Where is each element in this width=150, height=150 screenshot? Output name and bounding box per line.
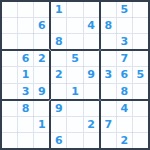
- cell-r8c5[interactable]: [67, 117, 82, 132]
- cell-r4c8[interactable]: 7: [117, 51, 132, 66]
- cell-r3c6[interactable]: [84, 34, 99, 49]
- cell-r5c7[interactable]: 3: [101, 67, 116, 82]
- box-6: 73658: [101, 51, 148, 98]
- cell-r1c2[interactable]: [18, 2, 33, 17]
- cell-r1c6[interactable]: [84, 2, 99, 17]
- cell-r8c3[interactable]: 1: [34, 117, 49, 132]
- cell-r4c2[interactable]: 6: [18, 51, 33, 66]
- cell-r9c5[interactable]: [67, 133, 82, 148]
- cell-r5c3[interactable]: [34, 67, 49, 82]
- cell-r3c8[interactable]: 3: [117, 34, 132, 49]
- cell-r9c9[interactable]: [133, 133, 148, 148]
- cell-r5c4[interactable]: 2: [51, 67, 66, 82]
- cell-r2c5[interactable]: [67, 18, 82, 33]
- cell-r7c3[interactable]: [34, 101, 49, 116]
- cell-r6c1[interactable]: [2, 84, 17, 99]
- cell-r2c3[interactable]: 6: [34, 18, 49, 33]
- cell-r2c2[interactable]: [18, 18, 33, 33]
- cell-r8c9[interactable]: [133, 117, 148, 132]
- cell-r9c4[interactable]: 6: [51, 133, 66, 148]
- cell-r7c7[interactable]: [101, 101, 116, 116]
- cell-r3c9[interactable]: [133, 34, 148, 49]
- cell-r6c6[interactable]: [84, 84, 99, 99]
- cell-r2c8[interactable]: [117, 18, 132, 33]
- box-7: 81: [2, 101, 49, 148]
- cell-r3c1[interactable]: [2, 34, 17, 49]
- cell-r9c6[interactable]: [84, 133, 99, 148]
- cell-r8c6[interactable]: 2: [84, 117, 99, 132]
- cell-r7c8[interactable]: 4: [117, 101, 132, 116]
- cell-r2c4[interactable]: [51, 18, 66, 33]
- cell-r2c1[interactable]: [2, 18, 17, 33]
- cell-r4c9[interactable]: [133, 51, 148, 66]
- cell-r9c7[interactable]: [101, 133, 116, 148]
- cell-r5c8[interactable]: 6: [117, 67, 132, 82]
- cell-r1c9[interactable]: [133, 2, 148, 17]
- cell-r4c4[interactable]: [51, 51, 66, 66]
- cell-r7c1[interactable]: [2, 101, 17, 116]
- cell-r6c5[interactable]: 1: [67, 84, 82, 99]
- cell-r8c1[interactable]: [2, 117, 17, 132]
- box-8: 926: [51, 101, 98, 148]
- cell-r7c9[interactable]: [133, 101, 148, 116]
- box-9: 472: [101, 101, 148, 148]
- cell-r7c4[interactable]: 9: [51, 101, 66, 116]
- cell-r1c4[interactable]: 1: [51, 2, 66, 17]
- box-3: 583: [101, 2, 148, 49]
- cell-r5c9[interactable]: 5: [133, 67, 148, 82]
- cell-r4c5[interactable]: 5: [67, 51, 82, 66]
- cell-r1c1[interactable]: [2, 2, 17, 17]
- cell-r3c4[interactable]: 8: [51, 34, 66, 49]
- cell-r7c2[interactable]: 8: [18, 101, 33, 116]
- cell-r1c7[interactable]: [101, 2, 116, 17]
- cell-r3c2[interactable]: [18, 34, 33, 49]
- cell-r3c3[interactable]: [34, 34, 49, 49]
- cell-r1c3[interactable]: [34, 2, 49, 17]
- cell-r8c7[interactable]: 7: [101, 117, 116, 132]
- cell-r6c2[interactable]: 3: [18, 84, 33, 99]
- cell-r3c5[interactable]: [67, 34, 82, 49]
- box-1: 6: [2, 2, 49, 49]
- cell-r8c4[interactable]: [51, 117, 66, 132]
- cell-r4c1[interactable]: [2, 51, 17, 66]
- cell-r3c7[interactable]: [101, 34, 116, 49]
- cell-r4c3[interactable]: 2: [34, 51, 49, 66]
- cell-r5c2[interactable]: 1: [18, 67, 33, 82]
- cell-r4c7[interactable]: [101, 51, 116, 66]
- cell-r9c3[interactable]: [34, 133, 49, 148]
- cell-r9c8[interactable]: 2: [117, 133, 132, 148]
- cell-r6c7[interactable]: [101, 84, 116, 99]
- cell-r6c9[interactable]: [133, 84, 148, 99]
- cell-r2c9[interactable]: [133, 18, 148, 33]
- cell-r8c2[interactable]: [18, 117, 33, 132]
- sudoku-board: 61485836213952917365881926472: [0, 0, 150, 150]
- cell-r1c5[interactable]: [67, 2, 82, 17]
- cell-r5c6[interactable]: 9: [84, 67, 99, 82]
- cell-r9c1[interactable]: [2, 133, 17, 148]
- cell-r5c1[interactable]: [2, 67, 17, 82]
- box-2: 148: [51, 2, 98, 49]
- cell-r2c7[interactable]: 8: [101, 18, 116, 33]
- box-4: 62139: [2, 51, 49, 98]
- cell-r7c6[interactable]: [84, 101, 99, 116]
- cell-r6c3[interactable]: 9: [34, 84, 49, 99]
- cell-r5c5[interactable]: [67, 67, 82, 82]
- cell-r7c5[interactable]: [67, 101, 82, 116]
- cell-r4c6[interactable]: [84, 51, 99, 66]
- cell-r8c8[interactable]: [117, 117, 132, 132]
- cell-r6c4[interactable]: [51, 84, 66, 99]
- cell-r6c8[interactable]: 8: [117, 84, 132, 99]
- cell-r1c8[interactable]: 5: [117, 2, 132, 17]
- cell-r9c2[interactable]: [18, 133, 33, 148]
- box-5: 5291: [51, 51, 98, 98]
- cell-r2c6[interactable]: 4: [84, 18, 99, 33]
